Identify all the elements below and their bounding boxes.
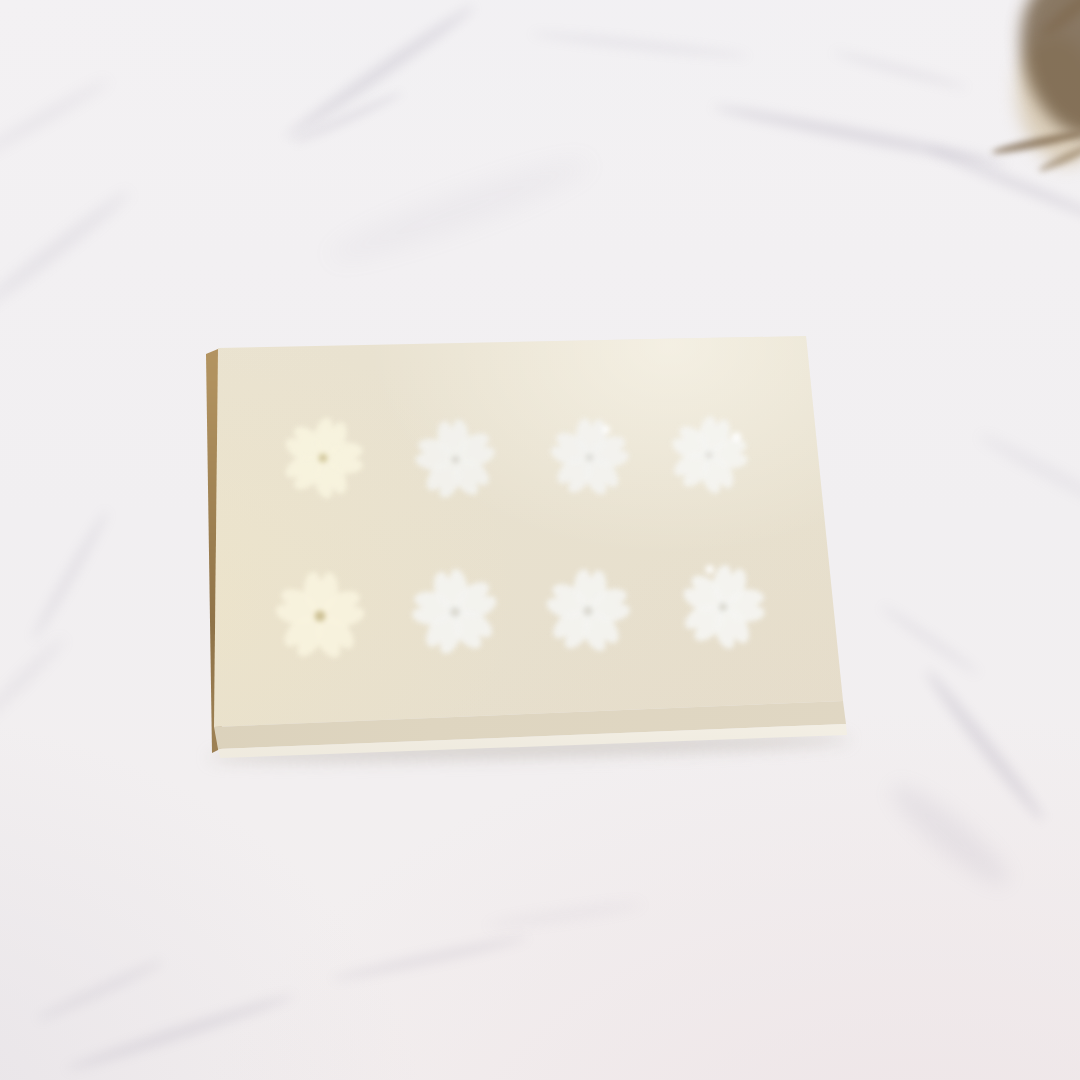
dried-plant-stroke bbox=[1007, 29, 1080, 172]
dried-plant-stroke bbox=[991, 128, 1080, 157]
dried-plant-stroke bbox=[1039, 0, 1080, 40]
photo-stage bbox=[0, 0, 1080, 1080]
dried-plant-stroke bbox=[1004, 0, 1080, 149]
dried-plant bbox=[0, 0, 1080, 1080]
dried-plant-stroke bbox=[1037, 142, 1080, 175]
